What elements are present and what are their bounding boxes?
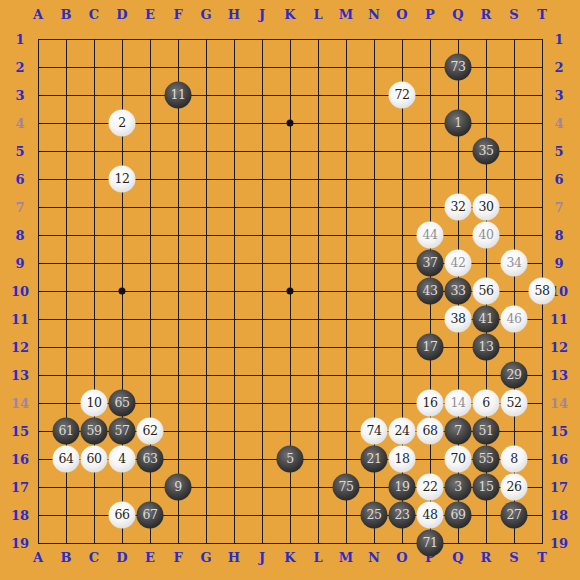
stone-number: 46: [507, 313, 522, 326]
stone-number: 14: [451, 397, 466, 410]
stone-number: 71: [423, 537, 438, 550]
stone-number: 72: [395, 89, 410, 102]
col-label-top-t: T: [537, 8, 547, 21]
row-label-right-13: 13: [550, 369, 568, 382]
stone-number: 75: [339, 481, 354, 494]
col-label-top-r: R: [481, 8, 492, 21]
stone-63-e16: 63: [137, 446, 164, 473]
stone-74-n15: 74: [361, 418, 388, 445]
grid-line-v: [346, 39, 347, 544]
col-label-top-q: Q: [452, 8, 463, 21]
col-label-bottom-h: H: [228, 551, 240, 564]
stone-44-p8: 44: [417, 222, 444, 249]
col-label-bottom-c: C: [89, 551, 99, 564]
stone-number: 33: [451, 285, 466, 298]
grid-line-v: [318, 39, 319, 544]
stone-2-d4: 2: [109, 110, 136, 137]
stone-number: 48: [423, 509, 438, 522]
stone-number: 4: [118, 453, 125, 466]
stone-number: 70: [451, 453, 466, 466]
stone-number: 57: [115, 425, 130, 438]
stone-9-f17: 9: [165, 474, 192, 501]
row-label-left-4: 4: [15, 117, 24, 130]
stone-number: 34: [507, 257, 522, 270]
stone-number: 69: [451, 509, 466, 522]
row-label-right-9: 9: [554, 257, 563, 270]
row-label-left-15: 15: [11, 425, 29, 438]
stone-number: 66: [115, 509, 130, 522]
stone-61-b15: 61: [53, 418, 80, 445]
row-label-right-4: 4: [554, 117, 563, 130]
row-label-right-3: 3: [554, 89, 563, 102]
stone-number: 42: [451, 257, 466, 270]
stone-number: 27: [507, 509, 522, 522]
stone-number: 51: [479, 425, 494, 438]
stone-number: 74: [367, 425, 382, 438]
stone-number: 67: [143, 509, 158, 522]
col-label-bottom-j: J: [259, 551, 265, 564]
col-label-bottom-o: O: [396, 551, 407, 564]
stone-48-p18: 48: [417, 502, 444, 529]
stone-38-q11: 38: [445, 306, 472, 333]
col-label-top-d: D: [116, 8, 127, 21]
stone-33-q10: 33: [445, 278, 472, 305]
stone-21-n16: 21: [361, 446, 388, 473]
stone-17-p12: 17: [417, 334, 444, 361]
stone-number: 9: [174, 481, 181, 494]
stone-number: 3: [454, 481, 461, 494]
stone-number: 24: [395, 425, 410, 438]
stone-number: 73: [451, 61, 466, 74]
stone-25-n18: 25: [361, 502, 388, 529]
star-point: [287, 120, 294, 127]
stone-11-f3: 11: [165, 82, 192, 109]
stone-75-m17: 75: [333, 474, 360, 501]
row-label-left-14: 14: [11, 397, 29, 410]
row-label-left-12: 12: [11, 341, 29, 354]
col-label-top-s: S: [509, 8, 518, 21]
col-label-bottom-b: B: [61, 551, 72, 564]
stone-number: 61: [59, 425, 74, 438]
row-label-left-2: 2: [15, 61, 24, 74]
stone-number: 5: [286, 453, 293, 466]
stone-1-q4: 1: [445, 110, 472, 137]
row-label-right-8: 8: [554, 229, 563, 242]
stone-59-c15: 59: [81, 418, 108, 445]
stone-number: 64: [59, 453, 74, 466]
stone-30-r7: 30: [473, 194, 500, 221]
row-label-right-5: 5: [554, 145, 563, 158]
stone-43-p10: 43: [417, 278, 444, 305]
stone-56-r10: 56: [473, 278, 500, 305]
col-label-top-a: A: [33, 8, 43, 21]
go-board[interactable]: AABBCCDDEEFFGGHHJJKKLLMMNNOOPPQQRRSSTT11…: [0, 0, 580, 580]
stone-41-r11: 41: [473, 306, 500, 333]
row-label-right-2: 2: [554, 61, 563, 74]
stone-71-p19: 71: [417, 530, 444, 557]
col-label-bottom-e: E: [145, 551, 155, 564]
stone-number: 30: [479, 201, 494, 214]
star-point: [119, 288, 126, 295]
col-label-top-f: F: [173, 8, 182, 21]
stone-number: 7: [454, 425, 461, 438]
row-label-left-1: 1: [15, 33, 24, 46]
stone-number: 17: [423, 341, 438, 354]
stone-73-q2: 73: [445, 54, 472, 81]
col-label-top-j: J: [259, 8, 265, 21]
stone-12-d6: 12: [109, 166, 136, 193]
row-label-right-18: 18: [550, 509, 568, 522]
stone-number: 29: [507, 369, 522, 382]
stone-22-p17: 22: [417, 474, 444, 501]
row-label-right-16: 16: [550, 453, 568, 466]
row-label-left-7: 7: [15, 201, 24, 214]
stone-37-p9: 37: [417, 250, 444, 277]
stone-69-q18: 69: [445, 502, 472, 529]
stone-number: 23: [395, 509, 410, 522]
col-label-top-o: O: [396, 8, 407, 21]
stone-18-o16: 18: [389, 446, 416, 473]
stone-60-c16: 60: [81, 446, 108, 473]
row-label-right-11: 11: [550, 313, 568, 326]
stone-42-q9: 42: [445, 250, 472, 277]
stone-32-q7: 32: [445, 194, 472, 221]
col-label-bottom-l: L: [313, 551, 322, 564]
col-label-bottom-n: N: [368, 551, 380, 564]
row-label-right-6: 6: [554, 173, 563, 186]
stone-26-s17: 26: [501, 474, 528, 501]
row-label-right-19: 19: [550, 537, 568, 550]
row-label-left-3: 3: [15, 89, 24, 102]
stone-number: 11: [171, 89, 186, 102]
grid-line-h: [38, 375, 543, 376]
col-label-top-m: M: [339, 8, 353, 21]
stone-46-s11: 46: [501, 306, 528, 333]
col-label-bottom-r: R: [481, 551, 492, 564]
stone-number: 44: [423, 229, 438, 242]
star-point: [287, 288, 294, 295]
col-label-top-b: B: [61, 8, 72, 21]
row-label-left-9: 9: [15, 257, 24, 270]
stone-number: 1: [454, 117, 461, 130]
stone-number: 15: [479, 481, 494, 494]
stone-number: 38: [451, 313, 466, 326]
stone-number: 6: [482, 397, 489, 410]
col-label-top-l: L: [313, 8, 322, 21]
stone-14-q14: 14: [445, 390, 472, 417]
stone-number: 58: [535, 285, 550, 298]
stone-number: 25: [367, 509, 382, 522]
stone-68-p15: 68: [417, 418, 444, 445]
stone-35-r5: 35: [473, 138, 500, 165]
row-label-right-14: 14: [550, 397, 568, 410]
col-label-bottom-s: S: [509, 551, 518, 564]
stone-65-d14: 65: [109, 390, 136, 417]
stone-6-r14: 6: [473, 390, 500, 417]
col-label-top-c: C: [89, 8, 99, 21]
stone-number: 63: [143, 453, 158, 466]
stone-72-o3: 72: [389, 82, 416, 109]
stone-number: 52: [507, 397, 522, 410]
stone-8-s16: 8: [501, 446, 528, 473]
col-label-bottom-a: A: [33, 551, 43, 564]
grid-line-h: [38, 543, 543, 544]
col-label-top-k: K: [284, 8, 295, 21]
col-label-top-g: G: [200, 8, 211, 21]
col-label-bottom-m: M: [339, 551, 353, 564]
col-label-top-e: E: [145, 8, 155, 21]
stone-19-o17: 19: [389, 474, 416, 501]
stone-number: 55: [479, 453, 494, 466]
stone-number: 56: [479, 285, 494, 298]
stone-number: 68: [423, 425, 438, 438]
stone-number: 8: [510, 453, 517, 466]
stone-number: 35: [479, 145, 494, 158]
stone-number: 59: [87, 425, 102, 438]
stone-23-o18: 23: [389, 502, 416, 529]
stone-70-q16: 70: [445, 446, 472, 473]
stone-40-r8: 40: [473, 222, 500, 249]
row-label-left-13: 13: [11, 369, 29, 382]
col-label-top-h: H: [228, 8, 240, 21]
stone-number: 26: [507, 481, 522, 494]
stone-24-o15: 24: [389, 418, 416, 445]
stone-58-t10: 58: [529, 278, 556, 305]
stone-3-q17: 3: [445, 474, 472, 501]
stone-15-r17: 15: [473, 474, 500, 501]
stone-55-r16: 55: [473, 446, 500, 473]
row-label-right-7: 7: [554, 201, 563, 214]
stone-51-r15: 51: [473, 418, 500, 445]
stone-number: 18: [395, 453, 410, 466]
row-label-left-8: 8: [15, 229, 24, 242]
stone-66-d18: 66: [109, 502, 136, 529]
stone-number: 41: [479, 313, 494, 326]
row-label-left-17: 17: [11, 481, 29, 494]
col-label-top-p: P: [425, 8, 435, 21]
stone-number: 60: [87, 453, 102, 466]
row-label-right-12: 12: [550, 341, 568, 354]
grid-line-h: [38, 347, 543, 348]
stone-number: 43: [423, 285, 438, 298]
stone-number: 10: [87, 397, 102, 410]
col-label-bottom-t: T: [537, 551, 547, 564]
stone-number: 19: [395, 481, 410, 494]
col-label-bottom-k: K: [284, 551, 295, 564]
row-label-left-16: 16: [11, 453, 29, 466]
stone-13-r12: 13: [473, 334, 500, 361]
stone-number: 40: [479, 229, 494, 242]
stone-10-c14: 10: [81, 390, 108, 417]
stone-16-p14: 16: [417, 390, 444, 417]
stone-52-s14: 52: [501, 390, 528, 417]
stone-5-k16: 5: [277, 446, 304, 473]
row-label-right-17: 17: [550, 481, 568, 494]
stone-4-d16: 4: [109, 446, 136, 473]
stone-number: 16: [423, 397, 438, 410]
stone-29-s13: 29: [501, 362, 528, 389]
stone-62-e15: 62: [137, 418, 164, 445]
stone-number: 62: [143, 425, 158, 438]
stone-number: 32: [451, 201, 466, 214]
stone-67-e18: 67: [137, 502, 164, 529]
row-label-left-10: 10: [11, 285, 29, 298]
col-label-bottom-g: G: [200, 551, 211, 564]
stone-34-s9: 34: [501, 250, 528, 277]
stone-number: 65: [115, 397, 130, 410]
row-label-left-5: 5: [15, 145, 24, 158]
stone-number: 37: [423, 257, 438, 270]
row-label-left-6: 6: [15, 173, 24, 186]
col-label-bottom-d: D: [116, 551, 127, 564]
row-label-left-11: 11: [11, 313, 29, 326]
stone-7-q15: 7: [445, 418, 472, 445]
row-label-left-18: 18: [11, 509, 29, 522]
stone-number: 21: [367, 453, 382, 466]
stone-57-d15: 57: [109, 418, 136, 445]
stone-number: 2: [118, 117, 125, 130]
col-label-bottom-f: F: [173, 551, 182, 564]
col-label-top-n: N: [368, 8, 380, 21]
row-label-right-15: 15: [550, 425, 568, 438]
stone-27-s18: 27: [501, 502, 528, 529]
stone-number: 22: [423, 481, 438, 494]
stone-number: 13: [479, 341, 494, 354]
col-label-bottom-q: Q: [452, 551, 463, 564]
stone-64-b16: 64: [53, 446, 80, 473]
row-label-right-1: 1: [554, 33, 563, 46]
row-label-left-19: 19: [11, 537, 29, 550]
stone-number: 12: [115, 173, 130, 186]
